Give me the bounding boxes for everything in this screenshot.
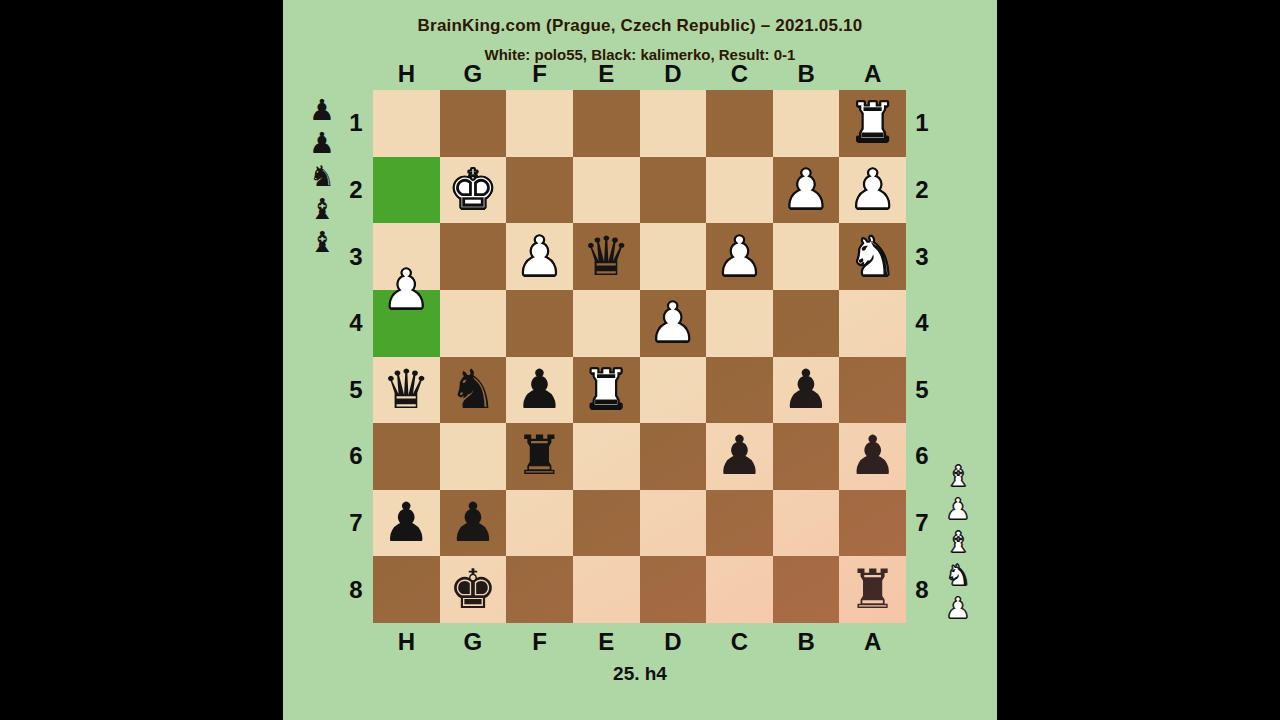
square-b5[interactable]: ♟ xyxy=(773,357,840,424)
square-a1[interactable]: ♜ xyxy=(839,90,906,157)
square-a5[interactable] xyxy=(839,357,906,424)
file-label-h: H xyxy=(373,628,440,656)
square-d8[interactable] xyxy=(640,556,707,623)
rank-label-5: 5 xyxy=(907,357,937,424)
white-king-g2[interactable]: ♚ xyxy=(449,163,497,217)
square-e1[interactable] xyxy=(573,90,640,157)
black-king-g8[interactable]: ♚ xyxy=(449,563,497,617)
rank-label-1: 1 xyxy=(341,90,371,157)
board: ♟ ♜♚♟♟♟♛♟♞♟♛♞♟♜♟♜♟♟♟♟♚♜ xyxy=(373,90,906,623)
square-g8[interactable]: ♚ xyxy=(440,556,507,623)
square-a4[interactable] xyxy=(839,290,906,357)
square-b1[interactable] xyxy=(773,90,840,157)
file-labels-bottom: HGFEDCBA xyxy=(373,628,906,656)
square-f6[interactable]: ♜ xyxy=(506,423,573,490)
square-g3[interactable] xyxy=(440,223,507,290)
file-label-f: F xyxy=(506,60,573,88)
rank-label-6: 6 xyxy=(907,423,937,490)
square-d4[interactable]: ♟ xyxy=(640,290,707,357)
square-e3[interactable]: ♛ xyxy=(573,223,640,290)
white-pawn-d4[interactable]: ♟ xyxy=(649,296,697,350)
captured-white-bishop-3: ♝ xyxy=(945,526,971,559)
black-queen-h5[interactable]: ♛ xyxy=(382,363,430,417)
file-label-a: A xyxy=(839,60,906,88)
square-c7[interactable] xyxy=(706,490,773,557)
file-label-b: B xyxy=(773,60,840,88)
square-a6[interactable]: ♟ xyxy=(839,423,906,490)
black-rook-a8[interactable]: ♜ xyxy=(848,563,896,617)
square-b6[interactable] xyxy=(773,423,840,490)
letterbox-left xyxy=(0,0,283,720)
rank-label-2: 2 xyxy=(907,157,937,224)
square-e8[interactable] xyxy=(573,556,640,623)
file-label-d: D xyxy=(640,628,707,656)
rank-label-3: 3 xyxy=(907,223,937,290)
black-pawn-f5[interactable]: ♟ xyxy=(515,363,563,417)
square-f3[interactable]: ♟ xyxy=(506,223,573,290)
square-f2[interactable] xyxy=(506,157,573,224)
black-pawn-h7[interactable]: ♟ xyxy=(382,496,430,550)
square-g2[interactable]: ♚ xyxy=(440,157,507,224)
square-d2[interactable] xyxy=(640,157,707,224)
white-pawn-b2[interactable]: ♟ xyxy=(782,163,830,217)
black-pawn-a6[interactable]: ♟ xyxy=(848,429,896,483)
square-a7[interactable] xyxy=(839,490,906,557)
square-d7[interactable] xyxy=(640,490,707,557)
file-label-c: C xyxy=(706,628,773,656)
captured-black-bishop-5: ♝ xyxy=(309,226,335,259)
rank-label-8: 8 xyxy=(341,556,371,623)
captured-black-knight-3: ♞ xyxy=(309,160,335,193)
square-h7[interactable]: ♟ xyxy=(373,490,440,557)
captured-black-pawn-2: ♟ xyxy=(309,127,335,160)
square-f1[interactable] xyxy=(506,90,573,157)
file-label-d: D xyxy=(640,60,707,88)
captured-black-pawn-1: ♟ xyxy=(309,94,335,127)
file-label-b: B xyxy=(773,628,840,656)
square-b4[interactable] xyxy=(773,290,840,357)
file-label-g: G xyxy=(440,628,507,656)
square-c4[interactable] xyxy=(706,290,773,357)
square-d5[interactable] xyxy=(640,357,707,424)
white-pawn-c3[interactable]: ♟ xyxy=(715,230,763,284)
square-d6[interactable] xyxy=(640,423,707,490)
rank-label-8: 8 xyxy=(907,556,937,623)
square-f7[interactable] xyxy=(506,490,573,557)
rank-label-3: 3 xyxy=(341,223,371,290)
black-pawn-c6[interactable]: ♟ xyxy=(715,429,763,483)
square-g7[interactable]: ♟ xyxy=(440,490,507,557)
white-rook-a1[interactable]: ♜ xyxy=(848,96,896,150)
file-label-f: F xyxy=(506,628,573,656)
square-e7[interactable] xyxy=(573,490,640,557)
square-c2[interactable] xyxy=(706,157,773,224)
rank-labels-right: 12345678 xyxy=(907,90,937,623)
square-h5[interactable]: ♛ xyxy=(373,357,440,424)
square-h6[interactable] xyxy=(373,423,440,490)
square-e6[interactable] xyxy=(573,423,640,490)
captured-black-tray: ♟♟♞♝♝ xyxy=(305,94,339,259)
square-g4[interactable] xyxy=(440,290,507,357)
white-pawn-animating-h2-h4[interactable]: ♟ xyxy=(373,257,440,324)
rank-label-5: 5 xyxy=(341,357,371,424)
rank-label-6: 6 xyxy=(341,423,371,490)
square-e5[interactable]: ♜ xyxy=(573,357,640,424)
white-pawn-a2[interactable]: ♟ xyxy=(848,163,896,217)
captured-black-bishop-4: ♝ xyxy=(309,193,335,226)
white-pawn-f3[interactable]: ♟ xyxy=(515,230,563,284)
rank-label-7: 7 xyxy=(341,490,371,557)
letterbox-right xyxy=(997,0,1280,720)
square-c8[interactable] xyxy=(706,556,773,623)
square-c3[interactable]: ♟ xyxy=(706,223,773,290)
captured-white-pawn-5: ♟ xyxy=(945,592,971,625)
square-b8[interactable] xyxy=(773,556,840,623)
file-label-c: C xyxy=(706,60,773,88)
file-label-e: E xyxy=(573,628,640,656)
captured-white-pawn-2: ♟ xyxy=(945,493,971,526)
square-e4[interactable] xyxy=(573,290,640,357)
square-g5[interactable]: ♞ xyxy=(440,357,507,424)
white-knight-a3[interactable]: ♞ xyxy=(848,230,896,284)
square-h2[interactable] xyxy=(373,157,440,224)
file-labels-top: HGFEDCBA xyxy=(373,60,906,88)
file-label-a: A xyxy=(839,628,906,656)
black-queen-e3[interactable]: ♛ xyxy=(582,230,630,284)
captured-white-bishop-1: ♝ xyxy=(945,460,971,493)
white-pawn-glyph: ♟ xyxy=(382,263,430,317)
square-f4[interactable] xyxy=(506,290,573,357)
black-pawn-b5[interactable]: ♟ xyxy=(782,363,830,417)
square-h1[interactable] xyxy=(373,90,440,157)
square-b3[interactable] xyxy=(773,223,840,290)
black-pawn-g7[interactable]: ♟ xyxy=(449,496,497,550)
square-c1[interactable] xyxy=(706,90,773,157)
captured-white-tray: ♝♟♝♞♟ xyxy=(941,460,975,625)
rank-label-4: 4 xyxy=(341,290,371,357)
square-d3[interactable] xyxy=(640,223,707,290)
white-rook-e5[interactable]: ♜ xyxy=(582,363,630,417)
rank-label-7: 7 xyxy=(907,490,937,557)
square-e2[interactable] xyxy=(573,157,640,224)
square-c5[interactable] xyxy=(706,357,773,424)
captured-white-knight-4: ♞ xyxy=(945,559,971,592)
black-rook-f6[interactable]: ♜ xyxy=(515,429,563,483)
square-b2[interactable]: ♟ xyxy=(773,157,840,224)
square-a2[interactable]: ♟ xyxy=(839,157,906,224)
square-f5[interactable]: ♟ xyxy=(506,357,573,424)
game-panel: BrainKing.com (Prague, Czech Republic) –… xyxy=(283,0,997,720)
rank-label-4: 4 xyxy=(907,290,937,357)
file-label-h: H xyxy=(373,60,440,88)
square-f8[interactable] xyxy=(506,556,573,623)
square-a3[interactable]: ♞ xyxy=(839,223,906,290)
square-a8[interactable]: ♜ xyxy=(839,556,906,623)
rank-labels-left: 12345678 xyxy=(341,90,371,623)
square-g1[interactable] xyxy=(440,90,507,157)
square-h8[interactable] xyxy=(373,556,440,623)
black-knight-g5[interactable]: ♞ xyxy=(449,363,497,417)
rank-label-1: 1 xyxy=(907,90,937,157)
rank-label-2: 2 xyxy=(341,157,371,224)
move-label: 25. h4 xyxy=(283,663,997,685)
square-d1[interactable] xyxy=(640,90,707,157)
file-label-g: G xyxy=(440,60,507,88)
square-g6[interactable] xyxy=(440,423,507,490)
square-c6[interactable]: ♟ xyxy=(706,423,773,490)
site-title: BrainKing.com (Prague, Czech Republic) –… xyxy=(283,16,997,36)
file-label-e: E xyxy=(573,60,640,88)
square-b7[interactable] xyxy=(773,490,840,557)
